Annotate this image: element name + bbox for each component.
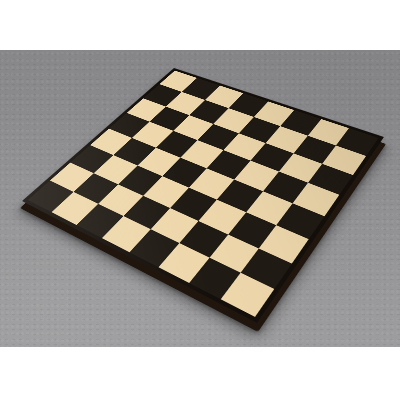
product-photo [0,0,400,400]
